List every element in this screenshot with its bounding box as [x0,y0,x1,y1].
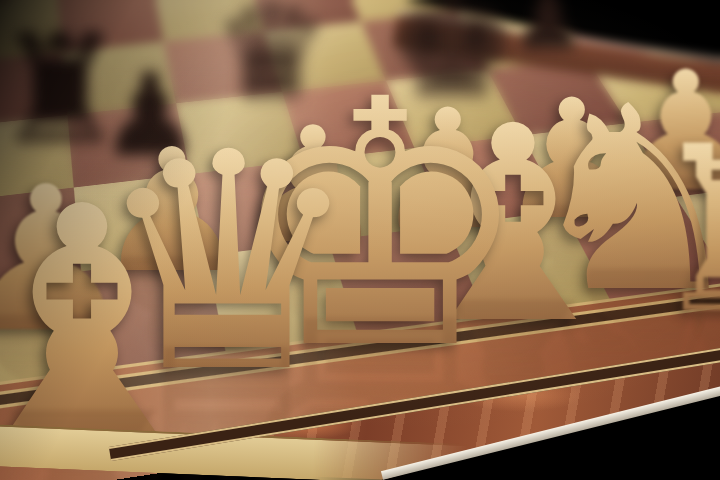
white-rook-h1[interactable]: ♜♜ [645,116,720,346]
pieces-layer: ♜♟♛♚♟♟♟♟♟♟♟♟♟♟♟♞♞♜♜♝♝♟♟♚♚♛♛♝♝ [0,0,720,480]
rook-icon: ♜ [645,116,720,346]
bishop-icon: ♝ [0,166,223,480]
white-bishop-c1[interactable]: ♝♝ [0,166,223,480]
chess-scene: ♜♟♛♚♟♟♟♟♟♟♟♟♟♟♟♞♞♜♜♝♝♟♟♚♚♛♛♝♝ [0,0,720,480]
